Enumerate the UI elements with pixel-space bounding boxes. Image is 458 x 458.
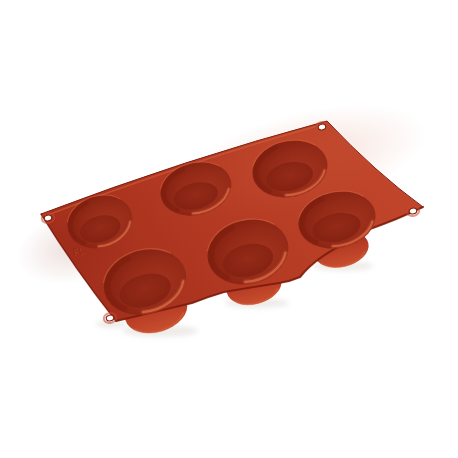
muffin-mold-illustration — [0, 0, 458, 458]
product-photo — [0, 0, 458, 458]
mold-shadow — [96, 320, 128, 328]
